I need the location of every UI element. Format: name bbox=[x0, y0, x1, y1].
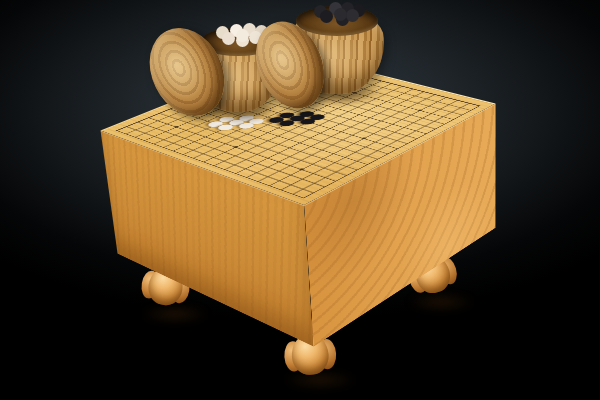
black-stones-heap bbox=[310, 2, 374, 28]
black-stone-bowl bbox=[266, 2, 398, 108]
product-photo-stage: ●●●●●●●●●●●●●● bbox=[0, 0, 600, 400]
